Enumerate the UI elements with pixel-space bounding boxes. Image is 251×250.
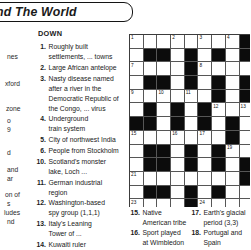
- grid-cell-black: [212, 158, 226, 172]
- grid-cell[interactable]: [171, 186, 185, 200]
- grid-cell[interactable]: [240, 186, 251, 200]
- grid-cell[interactable]: [226, 158, 240, 172]
- clue: 6.People from Stockholm: [33, 146, 129, 156]
- page-title: nd The World: [0, 5, 77, 19]
- grid-cell[interactable]: [144, 199, 158, 207]
- grid-cell[interactable]: [212, 62, 226, 76]
- clue-number: [33, 104, 49, 114]
- clue-number: 14.: [33, 240, 49, 250]
- across-clue-fragment: ar: [7, 175, 13, 182]
- grid-cell-black: [185, 158, 199, 172]
- cell-number: 2: [172, 35, 175, 40]
- grid-cell[interactable]: [198, 186, 212, 200]
- clue-number: 3.: [33, 74, 49, 84]
- clue: 14.Kuwaiti ruler: [33, 240, 129, 250]
- across-clue-fragment: o: [7, 117, 11, 124]
- clue: 11.German industrialregion: [33, 178, 129, 198]
- grid-cell[interactable]: [130, 103, 144, 117]
- across-clue-fragment: and: [7, 166, 18, 173]
- grid-cell-black: [212, 186, 226, 200]
- clue-number: 10.: [33, 157, 49, 167]
- cell-number: 9: [131, 90, 134, 95]
- grid-cell[interactable]: [226, 172, 240, 186]
- grid-cell-black: [171, 103, 185, 117]
- grid-cell[interactable]: [157, 103, 171, 117]
- grid-cell[interactable]: [185, 172, 199, 186]
- clue: 4.Undergroundtrain system: [33, 114, 129, 134]
- across-clue-fragment: 9: [7, 126, 11, 133]
- grid-cell[interactable]: [157, 172, 171, 186]
- clue: 1.Roughly builtsettlements, ... towns: [33, 42, 129, 62]
- grid-cell-black: [212, 145, 226, 159]
- grid-cell[interactable]: 12: [212, 103, 226, 117]
- grid-cell[interactable]: [212, 172, 226, 186]
- grid-cell[interactable]: [130, 186, 144, 200]
- clue-number: 18.: [188, 228, 204, 238]
- across-clue-fragment: s: [7, 200, 10, 207]
- clue-text: Italy's Leaning: [49, 219, 92, 229]
- cell-number: 4: [227, 35, 230, 40]
- clue-text: at Wimbledon: [143, 238, 185, 248]
- clue-text: Scotland's monster: [49, 157, 107, 167]
- grid-cell-black: [144, 158, 158, 172]
- down-header: DOWN: [38, 29, 129, 38]
- grid-cell-black: [157, 49, 171, 63]
- grid-cell-black: [212, 90, 226, 104]
- clue: 15.NativeAmerican tribe: [127, 208, 186, 228]
- grid-cell-black: [130, 117, 144, 131]
- clue-number: [188, 238, 204, 248]
- grid-cell[interactable]: [157, 117, 171, 131]
- across-clue-fragment: on of: [5, 191, 20, 198]
- grid-cell-black: [157, 145, 171, 159]
- grid-cell[interactable]: [226, 62, 240, 76]
- cell-number: 11: [186, 90, 191, 95]
- cell-number: 7: [131, 63, 134, 68]
- cell-number: 10: [158, 90, 163, 95]
- grid-cell[interactable]: 1: [130, 35, 144, 49]
- grid-cell-black: [185, 76, 199, 90]
- cell-number: 21: [131, 172, 136, 177]
- clue-text: lake, Loch ...: [49, 167, 88, 177]
- down-clues-list: 1.Roughly builtsettlements, ... towns2.L…: [33, 42, 129, 250]
- bottom-clues-left-column: 15.NativeAmerican tribe16.Sport playedat…: [127, 208, 186, 250]
- cell-number: 15: [131, 131, 136, 136]
- grid-cell[interactable]: [226, 103, 240, 117]
- grid-cell-black: [185, 199, 199, 207]
- clue-number: [33, 124, 49, 134]
- clue-number: 4.: [33, 114, 49, 124]
- cell-number: 16: [172, 131, 177, 136]
- clue-text: Tower of ...: [49, 229, 82, 239]
- cell-number: 19: [227, 145, 232, 150]
- grid-cell[interactable]: [240, 145, 251, 159]
- grid-cell-black: [240, 76, 251, 90]
- grid-cell-black: [144, 103, 158, 117]
- grid-cell[interactable]: 11: [185, 90, 199, 104]
- grid-cell[interactable]: 4: [226, 35, 240, 49]
- grid-cell[interactable]: 7: [130, 62, 144, 76]
- grid-cell-black: [226, 117, 240, 131]
- cell-number: 3: [200, 35, 203, 40]
- grid-cell[interactable]: [130, 49, 144, 63]
- grid-cell[interactable]: [144, 90, 158, 104]
- grid-cell-black: [240, 35, 251, 49]
- grid-cell-black: [144, 49, 158, 63]
- grid-cell-black: [144, 76, 158, 90]
- cell-number: 12: [213, 104, 218, 109]
- grid-cell[interactable]: [198, 90, 212, 104]
- across-clue-fragment: xford: [5, 80, 20, 87]
- grid-cell-black: [185, 186, 199, 200]
- clue-number: [33, 229, 49, 239]
- grid-cell[interactable]: [130, 158, 144, 172]
- clue-number: 6.: [33, 146, 49, 156]
- grid-cell-black: [144, 186, 158, 200]
- grid-cell-black: [240, 158, 251, 172]
- grid-cell[interactable]: [198, 172, 212, 186]
- grid-cell[interactable]: 23: [130, 199, 144, 207]
- grid-cell[interactable]: [157, 199, 171, 207]
- grid-cell-black: [157, 186, 171, 200]
- page-title-box: nd The World: [0, 2, 133, 22]
- clue-text: Kuwaiti ruler: [49, 240, 86, 250]
- grid-cell[interactable]: [226, 186, 240, 200]
- clue-text: Roughly built: [49, 42, 88, 52]
- clue-text: American tribe: [143, 218, 187, 228]
- grid-cell-black: [198, 103, 212, 117]
- grid-cell[interactable]: 9: [130, 90, 144, 104]
- clue-number: 15.: [127, 208, 143, 218]
- cell-number: 17: [200, 131, 205, 136]
- clue-number: 11.: [33, 178, 49, 188]
- clue: 16.Sport playedat Wimbledon: [127, 228, 186, 248]
- grid-cell[interactable]: [144, 35, 158, 49]
- grid-cell[interactable]: [212, 131, 226, 145]
- clue-text: settlements, ... towns: [49, 52, 113, 62]
- grid-cell[interactable]: 21: [130, 172, 144, 186]
- clue-number: 12.: [33, 198, 49, 208]
- clue-number: 5.: [33, 135, 49, 145]
- clue-number: [33, 94, 49, 104]
- grid-cell[interactable]: 16: [171, 131, 185, 145]
- clue: 10.Scotland's monsterlake, Loch ...: [33, 157, 129, 177]
- grid-cell[interactable]: [171, 62, 185, 76]
- grid-cell[interactable]: 17: [198, 131, 212, 145]
- grid-cell-black: [240, 49, 251, 63]
- grid-cell-black: [144, 117, 158, 131]
- clue-text: after a river in the: [49, 84, 102, 94]
- clue-text: period (3,3): [204, 218, 239, 228]
- clue-number: 13.: [33, 219, 49, 229]
- grid-cell[interactable]: [185, 131, 199, 145]
- grid-cell[interactable]: [226, 76, 240, 90]
- clue-text: Native: [143, 208, 162, 218]
- clue-text: Sport played: [143, 228, 181, 238]
- grid-cell[interactable]: [157, 35, 171, 49]
- grid-cell[interactable]: 19: [226, 145, 240, 159]
- clue-text: Underground: [49, 114, 89, 124]
- clue: 17.Earth's glacialperiod (3,3): [188, 208, 246, 228]
- grid-cell-black: [212, 76, 226, 90]
- grid-cell[interactable]: [157, 62, 171, 76]
- clue-number: [33, 208, 49, 218]
- clue-text: German industrial: [49, 178, 103, 188]
- grid-cell[interactable]: [198, 76, 212, 90]
- grid-cell-black: [171, 117, 185, 131]
- grid-cell[interactable]: [144, 172, 158, 186]
- across-clue-fragment: nd: [7, 218, 14, 225]
- clue-number: [127, 218, 143, 228]
- clue-text: Washington-based: [49, 198, 105, 208]
- crossword-grid-viewport: 12347891011121315161719212324: [129, 34, 250, 207]
- clue-text: train system: [49, 124, 86, 134]
- grid-cell[interactable]: 3: [198, 35, 212, 49]
- clue-number: [33, 188, 49, 198]
- grid-cell[interactable]: [212, 199, 226, 207]
- clue-text: the Congo, ... virus: [49, 104, 106, 114]
- grid-cell[interactable]: [198, 145, 212, 159]
- cell-number: 13: [241, 104, 246, 109]
- clue-number: 1.: [33, 42, 49, 52]
- grid-cell[interactable]: [240, 117, 251, 131]
- grid-cell[interactable]: [185, 35, 199, 49]
- grid-cell[interactable]: [171, 158, 185, 172]
- grid-cell[interactable]: [130, 145, 144, 159]
- grid-cell-black: [185, 145, 199, 159]
- clue: 13.Italy's LeaningTower of ...: [33, 219, 129, 239]
- cell-number: 23: [131, 200, 136, 205]
- grid-cell-black: [185, 49, 199, 63]
- clue: 5.City of northwest India: [33, 135, 129, 145]
- clue: 3.Nasty disease namedafter a river in th…: [33, 74, 129, 114]
- grid-cell[interactable]: 24: [198, 199, 212, 207]
- grid-cell-black: [240, 90, 251, 104]
- clue-text: Large African antelope: [49, 63, 117, 73]
- grid-cell[interactable]: [171, 49, 185, 63]
- grid-cell[interactable]: 15: [130, 131, 144, 145]
- clue-number: [127, 238, 143, 248]
- grid-cell[interactable]: 2: [171, 35, 185, 49]
- grid-cell[interactable]: [240, 199, 251, 207]
- grid-cell[interactable]: [144, 62, 158, 76]
- grid-cell-black: [226, 131, 240, 145]
- across-clue-fragment: nes: [7, 53, 18, 60]
- grid-cell-black: [157, 158, 171, 172]
- clue: 18.Portugal andSpain: [188, 228, 246, 248]
- grid-cell[interactable]: [171, 145, 185, 159]
- clue-text: People from Stockholm: [49, 146, 119, 156]
- clue-number: [33, 84, 49, 94]
- clue-text: Democratic Republic of: [49, 94, 119, 104]
- clue-number: 17.: [188, 208, 204, 218]
- cell-number: 1: [131, 35, 134, 40]
- grid-cell[interactable]: [226, 90, 240, 104]
- clue-text: region: [49, 188, 68, 198]
- grid-cell[interactable]: [157, 131, 171, 145]
- clue-number: 2.: [33, 63, 49, 73]
- crossword-grid: 12347891011121315161719212324: [129, 34, 250, 207]
- grid-cell-black: [240, 172, 251, 186]
- across-clue-fragment: ludes: [4, 209, 20, 216]
- grid-cell[interactable]: [171, 76, 185, 90]
- grid-cell[interactable]: [212, 35, 226, 49]
- grid-cell[interactable]: 10: [157, 90, 171, 104]
- grid-cell[interactable]: [171, 172, 185, 186]
- clue: 2.Large African antelope: [33, 63, 129, 73]
- across-clue-fragment: zone: [6, 105, 21, 112]
- across-clue-fragment: d: [7, 149, 11, 156]
- grid-cell[interactable]: 8: [198, 62, 212, 76]
- grid-cell-black: [212, 49, 226, 63]
- clue: 12.Washington-basedspy group (1,1,1): [33, 198, 129, 218]
- grid-cell[interactable]: [130, 76, 144, 90]
- grid-cell[interactable]: [171, 199, 185, 207]
- grid-cell[interactable]: [240, 62, 251, 76]
- cell-number: 24: [200, 200, 205, 205]
- clue-text: Spain: [204, 238, 221, 248]
- bottom-clues-right-column: 17.Earth's glacialperiod (3,3)18.Portuga…: [188, 208, 246, 250]
- clue-number: 16.: [127, 228, 143, 238]
- grid-cell[interactable]: [240, 131, 251, 145]
- grid-cell[interactable]: [226, 49, 240, 63]
- crossword-page: nd The World nesxfordzoneo9dandaron ofsl…: [0, 0, 250, 250]
- clue-number: [33, 52, 49, 62]
- clue-text: spy group (1,1,1): [49, 208, 100, 218]
- grid-cell-black: [157, 76, 171, 90]
- clue-text: City of northwest India: [49, 135, 116, 145]
- grid-cell[interactable]: [226, 199, 240, 207]
- clue-text: Nasty disease named: [49, 74, 114, 84]
- down-clues-section: DOWN 1.Roughly builtsettlements, ... tow…: [33, 29, 129, 250]
- cell-number: 8: [200, 63, 203, 68]
- grid-cell-black: [185, 62, 199, 76]
- grid-cell[interactable]: [212, 117, 226, 131]
- clue-number: [188, 218, 204, 228]
- grid-cell[interactable]: [171, 90, 185, 104]
- grid-cell-black: [144, 145, 158, 159]
- grid-cell-black: [198, 117, 212, 131]
- grid-cell[interactable]: [185, 103, 199, 117]
- grid-cell[interactable]: [198, 49, 212, 63]
- clue-text: Portugal and: [204, 228, 243, 238]
- grid-cell[interactable]: [185, 117, 199, 131]
- grid-cell[interactable]: 13: [240, 103, 251, 117]
- clue-number: [33, 167, 49, 177]
- clue-text: Earth's glacial: [204, 208, 246, 218]
- grid-cell[interactable]: [198, 158, 212, 172]
- grid-cell[interactable]: [144, 131, 158, 145]
